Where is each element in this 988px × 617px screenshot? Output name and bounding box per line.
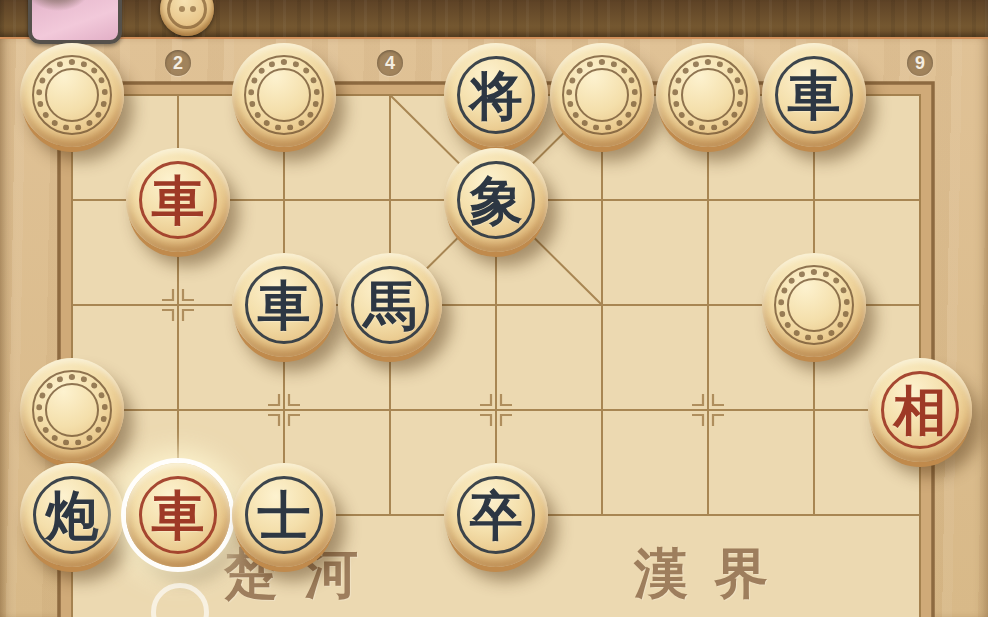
piece-black-chariot[interactable]: 車 (762, 43, 866, 147)
hidden-piece[interactable] (656, 43, 760, 147)
piece-red-chariot[interactable]: 車 (126, 463, 230, 567)
piece-character: 士 (232, 463, 336, 567)
file-number-badge: 4 (377, 50, 403, 76)
piece-character: 車 (762, 43, 866, 147)
face-down-pattern-ring (32, 370, 112, 450)
file-number-badge: 9 (907, 50, 933, 76)
face-down-pattern-ring (244, 55, 324, 135)
piece-character: 車 (126, 463, 230, 567)
piece-black-cannon[interactable]: 炮 (20, 463, 124, 567)
piece-black-advisor[interactable]: 士 (232, 463, 336, 567)
face-down-pattern-ring (774, 265, 854, 345)
piece-character: 炮 (20, 463, 124, 567)
hidden-piece[interactable] (550, 43, 654, 147)
face-down-pattern-ring (668, 55, 748, 135)
piece-red-chariot[interactable]: 車 (126, 148, 230, 252)
player-avatar[interactable] (28, 0, 122, 44)
piece-character: 将 (444, 43, 548, 147)
piece-red-elephant[interactable]: 相 (868, 358, 972, 462)
wood-grain (0, 0, 988, 37)
face-down-pattern-ring (32, 55, 112, 135)
piece-character: 象 (444, 148, 548, 252)
hidden-piece[interactable] (20, 358, 124, 462)
file-number-badge: 2 (165, 50, 191, 76)
hidden-piece[interactable] (20, 43, 124, 147)
piece-character: 車 (126, 148, 230, 252)
piece-character: 相 (868, 358, 972, 462)
piece-black-chariot[interactable]: 車 (232, 253, 336, 357)
face-down-pattern-ring (562, 55, 642, 135)
xiangqi-app-screen: 楚河 漢界 249 将車車象車馬相炮車士卒 (0, 0, 988, 617)
piece-character: 車 (232, 253, 336, 357)
piece-black-general[interactable]: 将 (444, 43, 548, 147)
river-label-right: 漢界 (634, 538, 794, 611)
piece-character: 卒 (444, 463, 548, 567)
avatar-photo (32, 0, 118, 40)
hidden-piece[interactable] (232, 43, 336, 147)
piece-black-soldier[interactable]: 卒 (444, 463, 548, 567)
piece-black-horse[interactable]: 馬 (338, 253, 442, 357)
piece-black-elephant[interactable]: 象 (444, 148, 548, 252)
hidden-piece[interactable] (762, 253, 866, 357)
piece-character: 馬 (338, 253, 442, 357)
top-bar (0, 0, 988, 37)
